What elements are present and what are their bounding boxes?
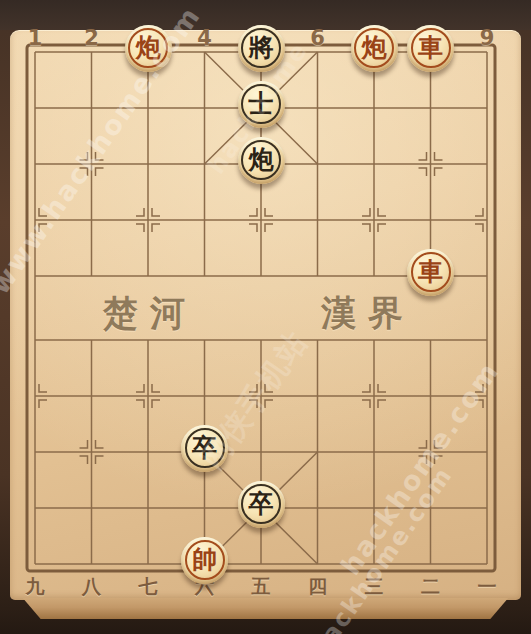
piece-ring: 炮 <box>241 140 281 180</box>
piece-glyph: 炮 <box>136 35 161 60</box>
file-label-bottom-5: 五 <box>244 574 278 600</box>
piece-red-general[interactable]: 帥 <box>181 537 228 584</box>
piece-glyph: 炮 <box>362 35 387 60</box>
piece-glyph: 卒 <box>249 491 274 516</box>
piece-ring: 車 <box>411 252 451 292</box>
piece-red-chariot[interactable]: 車 <box>407 249 454 296</box>
piece-red-cannon[interactable]: 炮 <box>125 25 172 72</box>
file-label-bottom-7: 三 <box>357 574 391 600</box>
piece-red-chariot[interactable]: 車 <box>407 25 454 72</box>
river-text-left: 楚河 <box>80 290 220 337</box>
piece-glyph: 車 <box>418 35 443 60</box>
piece-black-soldier[interactable]: 卒 <box>238 481 285 528</box>
piece-glyph: 炮 <box>249 147 274 172</box>
file-label-bottom-2: 八 <box>75 574 109 600</box>
file-label-bottom-9: 一 <box>470 574 504 600</box>
file-label-top-9: 9 <box>470 26 504 50</box>
piece-black-soldier[interactable]: 卒 <box>181 425 228 472</box>
file-label-top-1: 1 <box>18 26 52 50</box>
piece-red-cannon[interactable]: 炮 <box>351 25 398 72</box>
piece-ring: 炮 <box>354 28 394 68</box>
file-label-bottom-1: 九 <box>18 574 52 600</box>
piece-glyph: 士 <box>249 91 274 116</box>
piece-glyph: 車 <box>418 259 443 284</box>
screenshot-root: 123456789 九八七六五四三二一 楚河 漢界 炮將炮車士炮車卒卒帥 www… <box>0 0 531 634</box>
piece-ring: 帥 <box>185 540 225 580</box>
piece-black-cannon[interactable]: 炮 <box>238 137 285 184</box>
piece-glyph: 卒 <box>192 435 217 460</box>
piece-ring: 車 <box>411 28 451 68</box>
file-label-top-6: 6 <box>301 26 335 50</box>
piece-ring: 卒 <box>241 484 281 524</box>
piece-black-advisor[interactable]: 士 <box>238 81 285 128</box>
piece-black-general[interactable]: 將 <box>238 25 285 72</box>
piece-ring: 炮 <box>128 28 168 68</box>
file-label-bottom-8: 二 <box>414 574 448 600</box>
piece-ring: 士 <box>241 84 281 124</box>
file-label-top-2: 2 <box>75 26 109 50</box>
river-text-right: 漢界 <box>298 290 438 337</box>
piece-glyph: 將 <box>249 35 274 60</box>
file-label-bottom-6: 四 <box>301 574 335 600</box>
piece-ring: 卒 <box>185 428 225 468</box>
file-label-bottom-3: 七 <box>131 574 165 600</box>
piece-glyph: 帥 <box>192 547 217 572</box>
file-label-top-4: 4 <box>188 26 222 50</box>
piece-ring: 將 <box>241 28 281 68</box>
